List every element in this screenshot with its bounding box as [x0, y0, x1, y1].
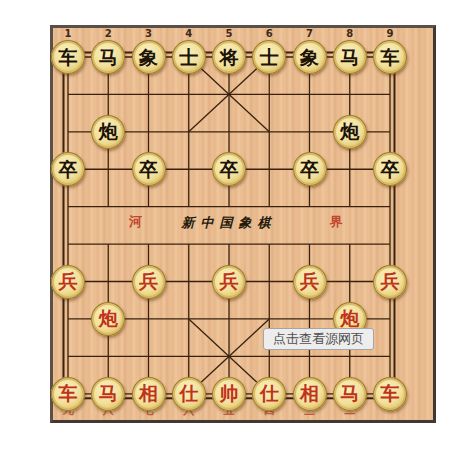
piece-black-马[interactable]: 马: [333, 40, 367, 74]
piece-glyph: 车: [381, 48, 400, 67]
piece-black-象[interactable]: 象: [293, 40, 327, 74]
piece-black-卒[interactable]: 卒: [51, 152, 85, 186]
piece-glyph: 卒: [139, 160, 158, 179]
piece-glyph: 仕: [260, 384, 279, 403]
piece-red-兵[interactable]: 兵: [51, 265, 85, 299]
view-source-button[interactable]: 点击查看源网页: [263, 328, 374, 350]
piece-glyph: 炮: [99, 309, 118, 328]
piece-glyph: 车: [59, 48, 78, 67]
piece-glyph: 将: [220, 48, 239, 67]
piece-glyph: 相: [300, 384, 319, 403]
piece-glyph: 炮: [340, 309, 359, 328]
piece-red-帅[interactable]: 帅: [212, 377, 246, 411]
piece-glyph: 兵: [300, 272, 319, 291]
piece-black-炮[interactable]: 炮: [333, 115, 367, 149]
piece-glyph: 兵: [381, 272, 400, 291]
piece-black-士[interactable]: 士: [172, 40, 206, 74]
piece-glyph: 仕: [179, 384, 198, 403]
piece-glyph: 象: [139, 48, 158, 67]
piece-glyph: 兵: [59, 272, 78, 291]
piece-red-炮[interactable]: 炮: [91, 302, 125, 336]
piece-glyph: 卒: [220, 160, 239, 179]
piece-black-将[interactable]: 将: [212, 40, 246, 74]
piece-glyph: 车: [59, 384, 78, 403]
piece-glyph: 卒: [381, 160, 400, 179]
piece-red-相[interactable]: 相: [293, 377, 327, 411]
piece-black-马[interactable]: 马: [91, 40, 125, 74]
piece-glyph: 兵: [139, 272, 158, 291]
piece-red-车[interactable]: 车: [51, 377, 85, 411]
piece-black-象[interactable]: 象: [132, 40, 166, 74]
piece-glyph: 帅: [220, 384, 239, 403]
piece-glyph: 相: [139, 384, 158, 403]
piece-red-车[interactable]: 车: [373, 377, 407, 411]
piece-glyph: 炮: [340, 122, 359, 141]
piece-black-士[interactable]: 士: [252, 40, 286, 74]
piece-glyph: 兵: [220, 272, 239, 291]
piece-black-车[interactable]: 车: [373, 40, 407, 74]
piece-glyph: 士: [179, 48, 198, 67]
piece-black-车[interactable]: 车: [51, 40, 85, 74]
piece-glyph: 士: [260, 48, 279, 67]
piece-red-马[interactable]: 马: [91, 377, 125, 411]
piece-glyph: 马: [340, 48, 359, 67]
piece-black-卒[interactable]: 卒: [132, 152, 166, 186]
piece-glyph: 炮: [99, 122, 118, 141]
piece-red-兵[interactable]: 兵: [373, 265, 407, 299]
piece-red-相[interactable]: 相: [132, 377, 166, 411]
piece-glyph: 卒: [59, 160, 78, 179]
piece-black-卒[interactable]: 卒: [373, 152, 407, 186]
piece-glyph: 马: [99, 48, 118, 67]
piece-red-仕[interactable]: 仕: [252, 377, 286, 411]
piece-red-马[interactable]: 马: [333, 377, 367, 411]
piece-red-兵[interactable]: 兵: [293, 265, 327, 299]
piece-glyph: 象: [300, 48, 319, 67]
piece-red-兵[interactable]: 兵: [132, 265, 166, 299]
piece-red-兵[interactable]: 兵: [212, 265, 246, 299]
piece-red-仕[interactable]: 仕: [172, 377, 206, 411]
piece-glyph: 卒: [300, 160, 319, 179]
piece-black-炮[interactable]: 炮: [91, 115, 125, 149]
piece-glyph: 马: [99, 384, 118, 403]
piece-black-卒[interactable]: 卒: [212, 152, 246, 186]
piece-glyph: 马: [340, 384, 359, 403]
piece-black-卒[interactable]: 卒: [293, 152, 327, 186]
piece-glyph: 车: [381, 384, 400, 403]
page: 河 新中国象棋 界 123456789九八七六五四三二一 车马象士将士象马车炮炮…: [0, 0, 455, 451]
xiangqi-board: 车马象士将士象马车炮炮卒卒卒卒卒兵兵兵兵兵炮炮车马相仕帅仕相马车: [0, 0, 455, 451]
